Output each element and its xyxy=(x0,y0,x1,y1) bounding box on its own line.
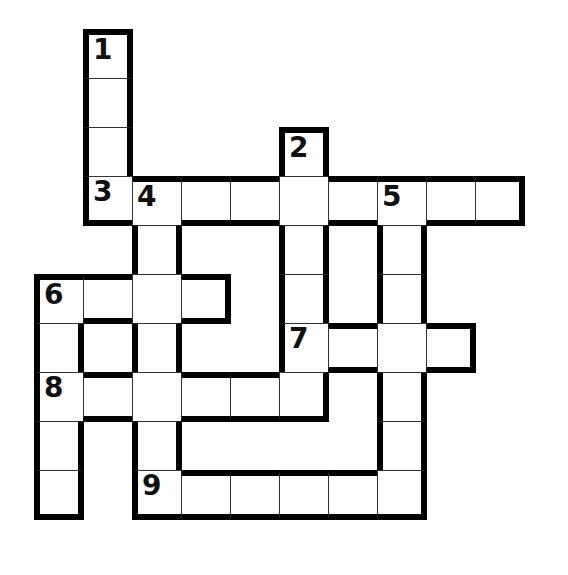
cell-r3-c9[interactable] xyxy=(475,176,525,226)
cell-r7-c1[interactable] xyxy=(83,372,133,422)
cell-r5-c0[interactable]: 6 xyxy=(34,274,84,324)
cell-r9-c4[interactable] xyxy=(230,470,280,520)
cell-r5-c5[interactable] xyxy=(279,274,329,324)
cell-r9-c5[interactable] xyxy=(279,470,329,520)
cell-r4-c7[interactable] xyxy=(377,225,427,275)
clue-number-2: 2 xyxy=(289,133,307,163)
cell-r4-c5[interactable] xyxy=(279,225,329,275)
clue-number-3: 3 xyxy=(93,177,111,207)
clue-number-6: 6 xyxy=(44,280,62,310)
cell-r5-c2[interactable] xyxy=(132,274,182,324)
cell-r9-c3[interactable] xyxy=(181,470,231,520)
cell-r7-c3[interactable] xyxy=(181,372,231,422)
cell-r3-c6[interactable] xyxy=(328,176,378,226)
cell-r6-c8[interactable] xyxy=(426,323,476,373)
cell-r3-c4[interactable] xyxy=(230,176,280,226)
cell-r1-c1[interactable] xyxy=(83,78,133,128)
cell-r7-c4[interactable] xyxy=(230,372,280,422)
cell-r5-c7[interactable] xyxy=(377,274,427,324)
cell-r6-c7[interactable] xyxy=(377,323,427,373)
cell-r8-c2[interactable] xyxy=(132,421,182,471)
clue-number-8: 8 xyxy=(44,373,62,403)
cell-r4-c2[interactable] xyxy=(132,225,182,275)
page-background: 123456789 xyxy=(0,0,568,575)
cell-r7-c0[interactable]: 8 xyxy=(34,372,84,422)
cell-r9-c6[interactable] xyxy=(328,470,378,520)
clue-number-7: 7 xyxy=(289,324,307,354)
crossword-board: 123456789 xyxy=(34,29,525,520)
cell-r3-c1[interactable]: 3 xyxy=(83,176,133,226)
cell-r9-c7[interactable] xyxy=(377,470,427,520)
cell-r6-c0[interactable] xyxy=(34,323,84,373)
cell-r3-c3[interactable] xyxy=(181,176,231,226)
cell-r3-c5[interactable] xyxy=(279,176,329,226)
cell-r6-c2[interactable] xyxy=(132,323,182,373)
cell-r5-c1[interactable] xyxy=(83,274,133,324)
cell-r5-c3[interactable] xyxy=(181,274,231,324)
cell-r3-c2[interactable]: 4 xyxy=(132,176,182,226)
cell-r6-c5[interactable]: 7 xyxy=(279,323,329,373)
clue-number-4: 4 xyxy=(137,182,155,212)
cell-r7-c5[interactable] xyxy=(279,372,329,422)
cell-r7-c2[interactable] xyxy=(132,372,182,422)
cell-r7-c7[interactable] xyxy=(377,372,427,422)
cell-r3-c7[interactable]: 5 xyxy=(377,176,427,226)
cell-r9-c0[interactable] xyxy=(34,470,84,520)
cell-r3-c8[interactable] xyxy=(426,176,476,226)
cell-r0-c1[interactable]: 1 xyxy=(83,29,133,79)
clue-number-5: 5 xyxy=(382,182,400,212)
cell-r8-c7[interactable] xyxy=(377,421,427,471)
cell-r9-c2[interactable]: 9 xyxy=(132,470,182,520)
cell-r8-c0[interactable] xyxy=(34,421,84,471)
cell-r2-c1[interactable] xyxy=(83,127,133,177)
clue-number-1: 1 xyxy=(93,35,111,65)
cell-r6-c6[interactable] xyxy=(328,323,378,373)
cell-r2-c5[interactable]: 2 xyxy=(279,127,329,177)
clue-number-9: 9 xyxy=(142,471,160,501)
